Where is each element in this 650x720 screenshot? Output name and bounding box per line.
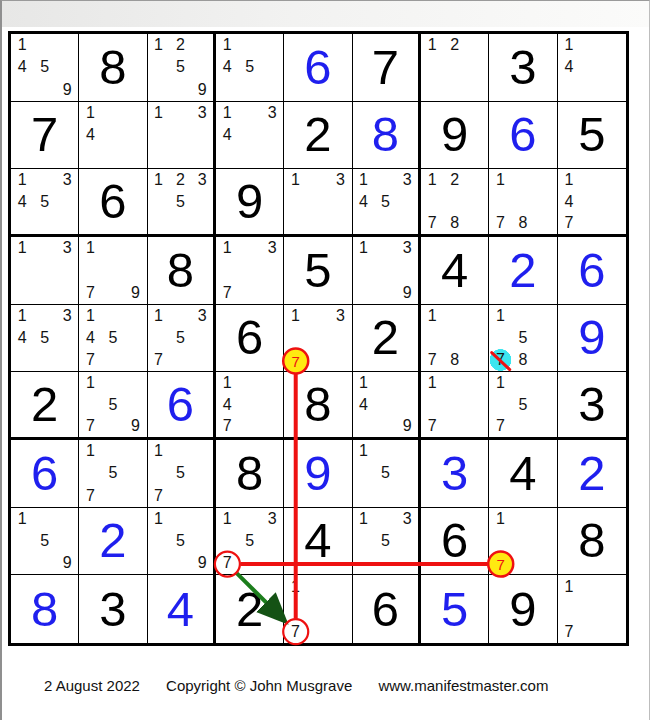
cell-r4c1[interactable]: 13 xyxy=(11,237,79,305)
pencil-marks: 1457 xyxy=(79,305,146,372)
candidate-9 xyxy=(191,349,213,371)
cell-r1c5[interactable]: 6 xyxy=(284,34,352,102)
cell-r9c1[interactable]: 8 xyxy=(11,575,79,643)
candidate-4 xyxy=(353,462,375,484)
cell-r4c4[interactable]: 137 xyxy=(216,237,284,305)
cell-r5c3[interactable]: 1357 xyxy=(148,305,216,373)
given-digit: 5 xyxy=(284,237,351,304)
cell-r2c3[interactable]: 13 xyxy=(148,102,216,170)
candidate-9 xyxy=(466,212,488,234)
candidate-4: 4 xyxy=(216,394,238,416)
candidate-8 xyxy=(102,146,124,168)
candidate-3 xyxy=(56,34,78,56)
candidate-9 xyxy=(466,78,488,100)
candidate-7: 7 xyxy=(216,415,238,437)
candidate-9: 9 xyxy=(396,415,418,437)
candidate-2 xyxy=(169,305,191,327)
candidate-5: 5 xyxy=(374,462,396,484)
solved-digit: 9 xyxy=(558,305,626,372)
candidate-4 xyxy=(558,598,581,621)
candidate-5 xyxy=(580,56,603,78)
candidate-1: 1 xyxy=(148,34,170,56)
candidate-4 xyxy=(284,327,306,349)
candidate-8 xyxy=(238,78,260,100)
cell-r6c3[interactable]: 6 xyxy=(148,372,216,440)
candidate-6 xyxy=(124,462,146,484)
pencil-marks: 17 xyxy=(558,575,626,643)
candidate-4 xyxy=(421,327,443,349)
pencil-marks: 157 xyxy=(489,372,556,437)
candidate-3 xyxy=(124,102,146,124)
cell-r6c7[interactable]: 17 xyxy=(421,372,489,440)
candidate-2 xyxy=(238,237,260,259)
cell-r3c8[interactable]: 178 xyxy=(489,169,557,237)
candidate-4 xyxy=(148,56,170,78)
cell-r2c5[interactable]: 2 xyxy=(284,102,352,170)
candidate-6 xyxy=(124,259,146,281)
given-digit: 4 xyxy=(489,440,556,507)
candidate-4 xyxy=(353,530,375,552)
solved-digit: 9 xyxy=(284,440,351,507)
candidate-5 xyxy=(102,124,124,146)
candidate-3 xyxy=(534,372,556,394)
candidate-3 xyxy=(396,440,418,462)
candidate-6 xyxy=(56,259,78,281)
cell-r6c8[interactable]: 157 xyxy=(489,372,557,440)
cell-r1c1[interactable]: 1459 xyxy=(11,34,79,102)
candidate-2 xyxy=(102,102,124,124)
candidate-9 xyxy=(56,349,78,371)
candidate-3: 3 xyxy=(191,102,213,124)
candidate-8: 8 xyxy=(512,349,534,371)
cell-r5c5[interactable]: 137 xyxy=(284,305,352,373)
pencil-marks: 12 xyxy=(421,34,488,101)
cell-r1c4[interactable]: 145 xyxy=(216,34,284,102)
sudoku-board[interactable]: 1459812591456712314714131342896513456123… xyxy=(8,31,629,646)
cell-r2c7[interactable]: 9 xyxy=(421,102,489,170)
candidate-3: 3 xyxy=(56,237,78,259)
pencil-marks: 157 xyxy=(79,440,146,507)
cell-r1c9[interactable]: 14 xyxy=(558,34,626,102)
candidate-5 xyxy=(443,327,465,349)
cell-r7c7[interactable]: 3 xyxy=(421,440,489,508)
candidate-6 xyxy=(261,530,283,552)
candidate-9 xyxy=(603,620,626,643)
cell-r7c3[interactable]: 157 xyxy=(148,440,216,508)
solved-digit: 8 xyxy=(11,575,78,643)
candidate-2 xyxy=(102,237,124,259)
cell-r6c6[interactable]: 149 xyxy=(353,372,421,440)
candidate-9 xyxy=(396,552,418,574)
candidate-3 xyxy=(534,169,556,191)
candidate-9 xyxy=(261,78,283,100)
pencil-marks: 147 xyxy=(558,169,626,234)
candidate-4 xyxy=(284,191,306,213)
pencil-marks: 14 xyxy=(79,102,146,169)
cell-r2c4[interactable]: 134 xyxy=(216,102,284,170)
candidate-1: 1 xyxy=(11,508,33,530)
cell-r3c4[interactable]: 9 xyxy=(216,169,284,237)
candidate-3: 3 xyxy=(329,305,351,327)
pencil-marks: 134 xyxy=(216,102,283,169)
footer-website[interactable]: www.manifestmaster.com xyxy=(378,677,548,694)
cell-r3c9[interactable]: 147 xyxy=(558,169,626,237)
given-digit: 8 xyxy=(216,440,283,507)
candidate-7: 7 xyxy=(148,349,170,371)
candidate-8 xyxy=(33,349,55,371)
cell-r5c1[interactable]: 1345 xyxy=(11,305,79,373)
candidate-1: 1 xyxy=(11,305,33,327)
cell-r4c2[interactable]: 179 xyxy=(79,237,147,305)
given-digit: 8 xyxy=(79,34,146,101)
pencil-marks: 179 xyxy=(79,237,146,304)
candidate-1: 1 xyxy=(284,305,306,327)
candidate-9: 9 xyxy=(56,552,78,574)
candidate-5 xyxy=(102,259,124,281)
cell-r6c4[interactable]: 147 xyxy=(216,372,284,440)
solved-digit: 3 xyxy=(421,440,488,507)
candidate-9 xyxy=(191,146,213,168)
candidate-3 xyxy=(261,372,283,394)
candidate-2 xyxy=(33,237,55,259)
pencil-marks: 135 xyxy=(353,508,418,575)
pencil-marks: 13 xyxy=(11,237,78,304)
candidate-4: 4 xyxy=(216,124,238,146)
candidate-7 xyxy=(11,212,33,234)
candidate-4 xyxy=(216,530,238,552)
candidate-6 xyxy=(261,259,283,281)
cell-r8c9[interactable]: 8 xyxy=(558,508,626,576)
footer: 2 August 2022 Copyright © John Musgrave … xyxy=(2,677,649,694)
cell-r7c9[interactable]: 2 xyxy=(558,440,626,508)
candidate-9 xyxy=(191,484,213,506)
candidate-4: 4 xyxy=(353,394,375,416)
cell-r3c1[interactable]: 1345 xyxy=(11,169,79,237)
candidate-5 xyxy=(512,530,534,552)
cell-r2c2[interactable]: 14 xyxy=(79,102,147,170)
given-digit: 4 xyxy=(284,508,351,575)
candidate-1: 1 xyxy=(148,440,170,462)
cell-r3c6[interactable]: 1345 xyxy=(353,169,421,237)
candidate-4 xyxy=(489,327,511,349)
candidate-6 xyxy=(191,191,213,213)
candidate-3 xyxy=(603,169,626,191)
candidate-3 xyxy=(191,508,213,530)
given-digit: 9 xyxy=(489,575,556,643)
given-digit: 8 xyxy=(558,508,626,575)
cell-r8c6[interactable]: 135 xyxy=(353,508,421,576)
pencil-marks: 1578 xyxy=(489,305,556,372)
cell-r9c4[interactable]: 2 xyxy=(216,575,284,643)
candidate-2 xyxy=(580,575,603,598)
cell-r7c2[interactable]: 157 xyxy=(79,440,147,508)
pencil-marks: 157 xyxy=(148,440,213,507)
candidate-5 xyxy=(307,598,329,621)
candidate-4 xyxy=(11,530,33,552)
candidate-1: 1 xyxy=(216,372,238,394)
candidate-4 xyxy=(216,259,238,281)
cell-r5c6[interactable]: 2 xyxy=(353,305,421,373)
candidate-5: 5 xyxy=(238,530,260,552)
candidate-8 xyxy=(33,281,55,303)
cell-r7c1[interactable]: 6 xyxy=(11,440,79,508)
candidate-1: 1 xyxy=(353,508,375,530)
cell-r7c6[interactable]: 15 xyxy=(353,440,421,508)
candidate-1: 1 xyxy=(11,169,33,191)
candidate-6 xyxy=(56,191,78,213)
cell-r9c8[interactable]: 9 xyxy=(489,575,557,643)
candidate-6 xyxy=(396,462,418,484)
candidate-4: 4 xyxy=(11,56,33,78)
candidate-9: 9 xyxy=(56,78,78,100)
candidate-3 xyxy=(534,508,556,530)
given-digit: 7 xyxy=(11,102,78,169)
cell-r7c4[interactable]: 8 xyxy=(216,440,284,508)
candidate-8 xyxy=(307,212,329,234)
candidate-9 xyxy=(603,78,626,100)
candidate-7 xyxy=(11,281,33,303)
pencil-marks: 159 xyxy=(148,508,213,575)
candidate-3 xyxy=(124,237,146,259)
cell-r8c2[interactable]: 2 xyxy=(79,508,147,576)
given-digit: 3 xyxy=(558,372,626,437)
given-digit: 8 xyxy=(148,237,213,304)
cell-r6c2[interactable]: 1579 xyxy=(79,372,147,440)
candidate-4 xyxy=(79,462,101,484)
cell-r2c9[interactable]: 5 xyxy=(558,102,626,170)
candidate-7 xyxy=(284,212,306,234)
cell-r1c7[interactable]: 12 xyxy=(421,34,489,102)
candidate-8 xyxy=(374,484,396,506)
candidate-8 xyxy=(169,212,191,234)
candidate-6 xyxy=(261,56,283,78)
candidate-6 xyxy=(124,327,146,349)
candidate-3: 3 xyxy=(396,169,418,191)
candidate-7 xyxy=(148,212,170,234)
candidate-8: 8 xyxy=(443,349,465,371)
candidate-6 xyxy=(466,394,488,416)
candidate-7: 7 xyxy=(284,349,306,371)
cell-r4c5[interactable]: 5 xyxy=(284,237,352,305)
solved-digit: 8 xyxy=(353,102,418,169)
candidate-7: 7 xyxy=(216,552,238,574)
cell-r6c5[interactable]: 8 xyxy=(284,372,352,440)
cell-r6c9[interactable]: 3 xyxy=(558,372,626,440)
candidate-2 xyxy=(169,102,191,124)
solved-digit: 2 xyxy=(79,508,146,575)
candidate-2 xyxy=(33,305,55,327)
cell-r4c6[interactable]: 139 xyxy=(353,237,421,305)
candidate-9 xyxy=(124,484,146,506)
candidate-6 xyxy=(603,56,626,78)
candidate-6 xyxy=(261,124,283,146)
solved-digit: 6 xyxy=(148,372,213,437)
pencil-marks: 15 xyxy=(353,440,418,507)
pencil-marks: 17 xyxy=(421,372,488,437)
candidate-7: 7 xyxy=(558,212,581,234)
given-digit: 2 xyxy=(11,372,78,437)
given-digit: 2 xyxy=(353,305,418,372)
candidate-4: 4 xyxy=(11,191,33,213)
candidate-6 xyxy=(124,394,146,416)
cell-r2c8[interactable]: 6 xyxy=(489,102,557,170)
solved-digit: 6 xyxy=(489,102,556,169)
candidate-5 xyxy=(512,191,534,213)
candidate-6 xyxy=(466,56,488,78)
cell-r3c7[interactable]: 1278 xyxy=(421,169,489,237)
pencil-marks: 1345 xyxy=(353,169,418,234)
cell-r3c2[interactable]: 6 xyxy=(79,169,147,237)
candidate-8 xyxy=(580,212,603,234)
candidate-8 xyxy=(307,349,329,371)
candidate-5 xyxy=(443,56,465,78)
cell-r2c6[interactable]: 8 xyxy=(353,102,421,170)
candidate-6 xyxy=(329,327,351,349)
candidate-4 xyxy=(148,530,170,552)
candidate-2 xyxy=(307,305,329,327)
candidate-4: 4 xyxy=(558,56,581,78)
candidate-7: 7 xyxy=(421,212,443,234)
candidate-1: 1 xyxy=(11,237,33,259)
candidate-2 xyxy=(102,372,124,394)
pencil-marks: 178 xyxy=(421,305,488,372)
candidate-6 xyxy=(191,327,213,349)
candidate-9: 9 xyxy=(191,78,213,100)
cell-r5c2[interactable]: 1457 xyxy=(79,305,147,373)
candidate-1: 1 xyxy=(148,508,170,530)
candidate-2 xyxy=(169,508,191,530)
cell-r1c3[interactable]: 1259 xyxy=(148,34,216,102)
candidate-4: 4 xyxy=(11,327,33,349)
pencil-marks: 145 xyxy=(216,34,283,101)
candidate-2 xyxy=(512,305,534,327)
cell-r1c6[interactable]: 7 xyxy=(353,34,421,102)
candidate-3 xyxy=(124,440,146,462)
candidate-5: 5 xyxy=(169,191,191,213)
cell-r5c8[interactable]: 1578 xyxy=(489,305,557,373)
candidate-1: 1 xyxy=(353,372,375,394)
candidate-2 xyxy=(374,237,396,259)
candidate-4 xyxy=(11,259,33,281)
candidate-8 xyxy=(512,552,534,574)
candidate-1: 1 xyxy=(216,508,238,530)
solved-digit: 6 xyxy=(11,440,78,507)
given-digit: 6 xyxy=(79,169,146,234)
candidate-2 xyxy=(238,34,260,56)
candidate-3 xyxy=(603,34,626,56)
cell-r1c8[interactable]: 3 xyxy=(489,34,557,102)
candidate-4 xyxy=(353,259,375,281)
cell-r8c1[interactable]: 159 xyxy=(11,508,79,576)
pencil-marks: 159 xyxy=(11,508,78,575)
candidate-2 xyxy=(512,508,534,530)
cell-r4c8[interactable]: 2 xyxy=(489,237,557,305)
footer-date: 2 August 2022 xyxy=(44,677,140,694)
cell-r9c2[interactable]: 3 xyxy=(79,575,147,643)
candidate-8 xyxy=(102,484,124,506)
candidate-6 xyxy=(191,124,213,146)
candidate-2: 2 xyxy=(169,34,191,56)
cell-r1c2[interactable]: 8 xyxy=(79,34,147,102)
cell-r5c4[interactable]: 6 xyxy=(216,305,284,373)
candidate-4: 4 xyxy=(558,191,581,213)
cell-r5c9[interactable]: 9 xyxy=(558,305,626,373)
cell-r6c1[interactable]: 2 xyxy=(11,372,79,440)
candidate-3 xyxy=(466,34,488,56)
candidate-2 xyxy=(443,372,465,394)
cell-r4c9[interactable]: 6 xyxy=(558,237,626,305)
pencil-marks: 1459 xyxy=(11,34,78,101)
candidate-2 xyxy=(238,372,260,394)
candidate-4 xyxy=(148,462,170,484)
cell-r7c5[interactable]: 9 xyxy=(284,440,352,508)
candidate-9: 9 xyxy=(396,281,418,303)
candidate-8 xyxy=(169,146,191,168)
candidate-2: 2 xyxy=(169,169,191,191)
cell-r8c7[interactable]: 6 xyxy=(421,508,489,576)
cell-r7c8[interactable]: 4 xyxy=(489,440,557,508)
cell-r2c1[interactable]: 7 xyxy=(11,102,79,170)
candidate-3 xyxy=(56,508,78,530)
pencil-marks: 139 xyxy=(353,237,418,304)
cell-r3c3[interactable]: 1235 xyxy=(148,169,216,237)
cell-r8c3[interactable]: 159 xyxy=(148,508,216,576)
candidate-2 xyxy=(238,508,260,530)
cell-r9c7[interactable]: 5 xyxy=(421,575,489,643)
cell-r9c3[interactable]: 4 xyxy=(148,575,216,643)
given-digit: 4 xyxy=(421,237,488,304)
candidate-7 xyxy=(216,78,238,100)
candidate-8: 8 xyxy=(443,212,465,234)
candidate-3 xyxy=(466,372,488,394)
candidate-8 xyxy=(169,349,191,371)
candidate-8 xyxy=(33,552,55,574)
candidate-2 xyxy=(238,102,260,124)
candidate-1: 1 xyxy=(558,169,581,191)
cell-r9c6[interactable]: 6 xyxy=(353,575,421,643)
candidate-9 xyxy=(329,349,351,371)
candidate-4: 4 xyxy=(216,56,238,78)
candidate-5 xyxy=(238,124,260,146)
candidate-2 xyxy=(580,169,603,191)
cell-r3c5[interactable]: 13 xyxy=(284,169,352,237)
candidate-3: 3 xyxy=(191,305,213,327)
cell-r9c5[interactable]: 17 xyxy=(284,575,352,643)
candidate-5: 5 xyxy=(102,327,124,349)
cell-r8c4[interactable]: 1357 xyxy=(216,508,284,576)
candidate-7 xyxy=(148,78,170,100)
candidate-9: 9 xyxy=(191,552,213,574)
cell-r8c5[interactable]: 4 xyxy=(284,508,352,576)
candidate-3 xyxy=(396,372,418,394)
cell-r9c9[interactable]: 17 xyxy=(558,575,626,643)
candidate-7 xyxy=(148,146,170,168)
cell-r8c8[interactable]: 17 xyxy=(489,508,557,576)
candidate-1: 1 xyxy=(489,508,511,530)
cell-r5c7[interactable]: 178 xyxy=(421,305,489,373)
cell-r4c3[interactable]: 8 xyxy=(148,237,216,305)
candidate-6 xyxy=(466,327,488,349)
candidate-7: 7 xyxy=(79,281,101,303)
candidate-5 xyxy=(307,327,329,349)
candidate-4 xyxy=(79,259,101,281)
candidate-7 xyxy=(148,552,170,574)
cell-r4c7[interactable]: 4 xyxy=(421,237,489,305)
pencil-marks: 1278 xyxy=(421,169,488,234)
candidate-9 xyxy=(261,415,283,437)
given-digit: 6 xyxy=(216,305,283,372)
candidate-8 xyxy=(102,281,124,303)
